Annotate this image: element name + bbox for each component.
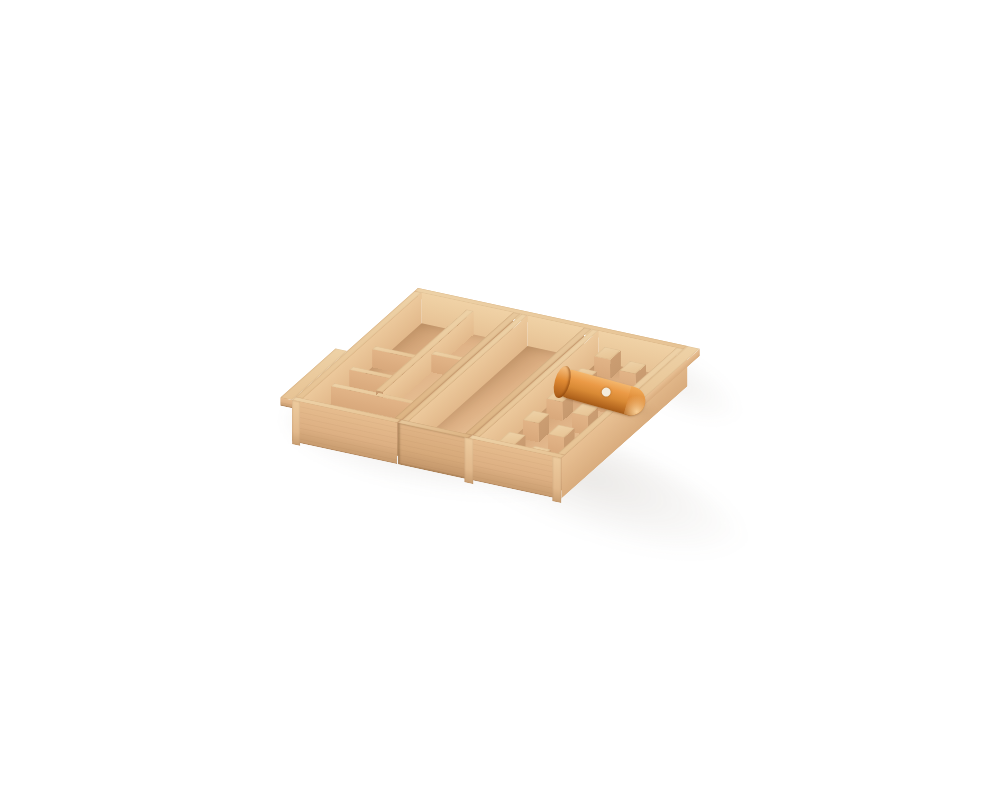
corner-post (552, 456, 561, 503)
divider-face (372, 349, 417, 387)
left-flange (281, 348, 348, 400)
tray-rim (414, 288, 687, 349)
divider-top (376, 310, 474, 393)
divider-face (349, 370, 394, 408)
wooden-drawer-organizer (292, 288, 687, 458)
knife-block-front (546, 399, 562, 431)
divider-top (372, 346, 420, 359)
knife-block-top (619, 361, 646, 374)
divider-top (349, 367, 397, 380)
corner-post (292, 400, 300, 446)
corner-post (464, 437, 473, 484)
knife-handle-rivet (601, 387, 612, 398)
left-flange-edge (281, 398, 293, 409)
front-wall-right-module (469, 438, 561, 499)
knife-block-top (523, 411, 550, 424)
tray-rim (296, 291, 422, 398)
knife-block-top (594, 347, 621, 360)
knife-block-top (548, 425, 575, 438)
knife-block-side (539, 414, 550, 452)
product-photo (0, 0, 1000, 800)
